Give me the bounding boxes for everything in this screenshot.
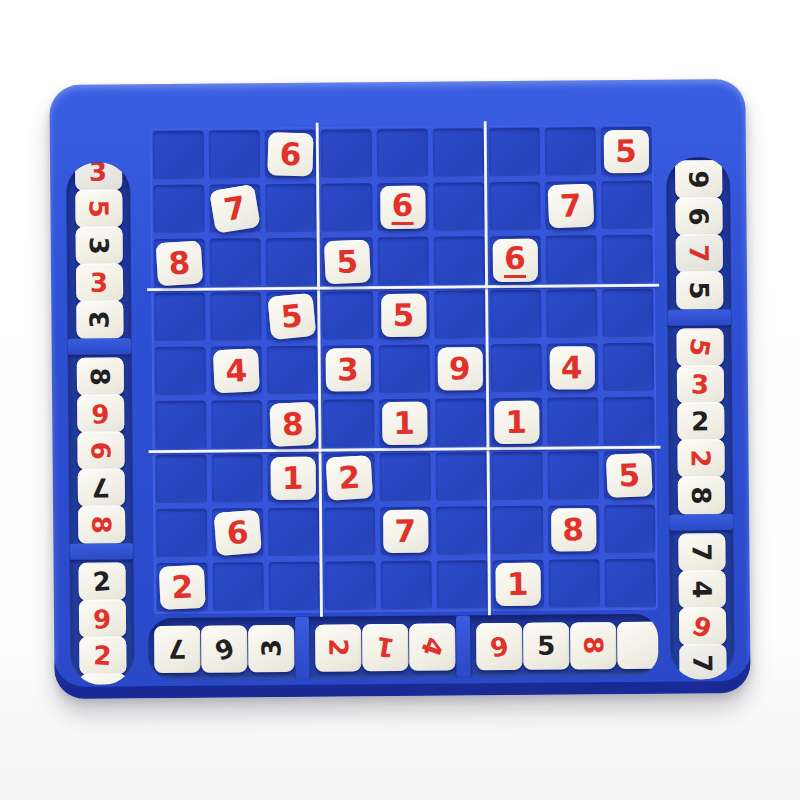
cell-r6c3[interactable]: 8 — [267, 399, 318, 448]
tile-digit: 6 — [488, 632, 511, 661]
sudoku-board-frame: 3533386678262 9675532287467 763214658 65… — [49, 79, 750, 699]
bottom-tray-tile-2-3-4[interactable]: 4 — [409, 623, 455, 670]
cell-r2c4[interactable] — [321, 183, 372, 232]
right-tray-section-1: 9675 — [666, 157, 731, 310]
cell-r6c5[interactable]: 1 — [379, 398, 430, 447]
tile-digit: 6 — [211, 633, 237, 664]
tile-digit: 2 — [325, 638, 351, 656]
cell-r9c8[interactable] — [548, 559, 599, 608]
cell-r7c9[interactable]: 5 — [603, 450, 654, 499]
bottom-tray-tile-3-2-5[interactable]: 5 — [523, 622, 569, 669]
left-tile-tray: 3533386678262 — [66, 162, 135, 685]
tile-digit: 6 — [685, 207, 711, 225]
cell-r7c4[interactable]: 2 — [323, 453, 374, 502]
cell-r1c7[interactable] — [488, 127, 539, 176]
tile-digit: 6 — [279, 138, 301, 170]
cell-r2c3[interactable] — [265, 183, 316, 232]
cell-r4c1[interactable] — [154, 292, 205, 341]
placed-tile-r8c2-6[interactable]: 6 — [213, 509, 261, 555]
cell-r1c2[interactable] — [208, 130, 259, 179]
left-tray-tile-1-2-5[interactable]: 5 — [75, 189, 122, 227]
right-tray-tile-1-4-5[interactable]: 5 — [675, 271, 722, 309]
tile-digit: 8 — [87, 367, 113, 385]
cell-r4c2[interactable] — [210, 292, 261, 341]
placed-tile-r6c3-8[interactable]: 8 — [269, 401, 316, 446]
right-tray-section-3: 7467 — [669, 530, 734, 680]
cell-r9c7[interactable]: 1 — [492, 559, 543, 608]
left-tray-tile-1-1-3[interactable]: 3 — [74, 162, 121, 190]
tile-digit: 3 — [90, 270, 108, 296]
left-tray-tile-2-4-7[interactable]: 7 — [77, 468, 124, 506]
cell-r6c1[interactable] — [155, 400, 206, 449]
cell-r7c6[interactable] — [435, 452, 486, 501]
placed-tile-r1c9-5[interactable]: 5 — [603, 129, 648, 172]
placed-tile-r4c5-5[interactable]: 5 — [381, 293, 426, 336]
placed-tile-r9c1-2[interactable]: 2 — [158, 564, 205, 609]
placed-tile-r3c1-8[interactable]: 8 — [155, 240, 203, 286]
cell-r5c9[interactable] — [602, 342, 653, 391]
tile-digit: 7 — [689, 654, 715, 672]
tile-digit: 5 — [537, 633, 555, 659]
tile-digit: 4 — [417, 634, 448, 660]
tile-digit: 2 — [170, 571, 193, 603]
cell-r1c9[interactable]: 5 — [600, 126, 651, 175]
left-tray-tile-2-1-8[interactable]: 8 — [76, 357, 123, 395]
cell-r8c5[interactable]: 7 — [380, 506, 431, 555]
placed-tile-r4c3-5[interactable]: 5 — [267, 292, 316, 339]
tile-digit: 1 — [393, 407, 415, 438]
cell-r4c4[interactable] — [322, 291, 373, 340]
placed-tile-r8c5-7[interactable]: 7 — [383, 509, 428, 552]
cell-r9c9[interactable] — [604, 558, 655, 607]
placed-tile-r3c7-6[interactable]: 6 — [492, 238, 537, 281]
cell-r5c4[interactable]: 3 — [322, 345, 373, 394]
cell-r5c5[interactable] — [378, 344, 429, 393]
tile-digit: 7 — [686, 244, 712, 262]
tile-digit: 5 — [686, 281, 712, 299]
tile-digit: 5 — [335, 246, 358, 278]
bottom-tray-tile-3-3-8[interactable]: 8 — [570, 622, 616, 669]
right-tray-tile-2-3-2[interactable]: 2 — [677, 402, 724, 440]
cell-r8c2[interactable]: 6 — [212, 508, 263, 557]
left-tray-section-1: 35333 — [66, 162, 132, 339]
cell-r3c9[interactable] — [601, 234, 652, 283]
cell-r1c8[interactable] — [544, 127, 595, 176]
tile-digit: 9 — [685, 170, 711, 188]
cell-r4c8[interactable] — [546, 289, 597, 338]
right-tile-tray: 9675532287467 — [666, 157, 735, 680]
placed-tile-r1c3-6[interactable]: 6 — [267, 132, 313, 176]
sudoku-grid: 6576785655439481112567821 — [150, 124, 658, 614]
cell-r1c5[interactable] — [376, 128, 427, 177]
tile-digit: 4 — [224, 354, 247, 386]
tile-digit: 9 — [449, 353, 471, 384]
bottom-tray-tile-1-3-3[interactable]: 3 — [248, 624, 294, 671]
left-tray-tile-1-3-3[interactable]: 3 — [75, 226, 122, 264]
tile-digit: 3 — [258, 639, 284, 657]
photo-background: 3533386678262 9675532287467 763214658 65… — [0, 0, 800, 800]
placed-tile-r7c4-2[interactable]: 2 — [325, 455, 373, 501]
placed-tile-r5c2-4[interactable]: 4 — [212, 348, 259, 393]
tile-digit: 5 — [85, 199, 111, 217]
tile-digit: 6 — [93, 606, 111, 632]
tile-digit: 6 — [91, 401, 109, 427]
placed-tile-r9c7-1[interactable]: 1 — [495, 562, 540, 605]
cell-r4c7[interactable] — [490, 289, 541, 338]
left-tray-divider-1 — [68, 338, 132, 355]
cell-r5c3[interactable] — [266, 345, 317, 394]
bottom-tray-divider-2 — [456, 615, 471, 677]
right-tray-tile-1-2-6[interactable]: 6 — [675, 197, 722, 235]
cell-r9c4[interactable] — [324, 561, 375, 610]
bottom-tray-tile-1-2-6[interactable]: 6 — [201, 625, 247, 672]
tile-digit: 8 — [281, 408, 304, 440]
cell-r2c1[interactable] — [153, 184, 204, 233]
right-tray-tile-1-3-7[interactable]: 7 — [675, 234, 722, 272]
cell-r8c8[interactable]: 8 — [548, 505, 599, 554]
cell-r2c7[interactable] — [489, 181, 540, 230]
bottom-tray-tile-2-1-2[interactable]: 2 — [315, 624, 361, 671]
cell-r4c3[interactable]: 5 — [266, 291, 317, 340]
tile-digit: 8 — [167, 247, 190, 279]
left-tray-tile-2-2-6[interactable]: 6 — [77, 394, 124, 432]
placed-tile-r2c8-7[interactable]: 7 — [547, 183, 594, 228]
cell-r9c1[interactable]: 2 — [156, 562, 207, 611]
left-tray-tile-3-1-2[interactable]: 2 — [78, 562, 125, 600]
right-tray-tile-3-1-7[interactable]: 7 — [678, 533, 725, 571]
cell-r3c6[interactable] — [433, 236, 484, 285]
cell-r2c9[interactable] — [601, 180, 652, 229]
placed-tile-r3c4-5[interactable]: 5 — [323, 239, 370, 284]
cell-r5c6[interactable]: 9 — [434, 344, 485, 393]
cell-r3c2[interactable] — [209, 238, 260, 287]
cell-r1c1[interactable] — [152, 130, 203, 179]
tile-digit: 1 — [374, 633, 396, 662]
right-tray-divider-1 — [667, 309, 731, 326]
right-tray-divider-2 — [669, 514, 733, 531]
tile-digit: 6 — [225, 516, 249, 549]
tile-digit: 2 — [92, 568, 112, 595]
tile-digit: 2 — [688, 449, 714, 467]
cell-r8c3[interactable] — [268, 507, 319, 556]
cell-r6c4[interactable] — [323, 399, 374, 448]
cell-r6c2[interactable] — [211, 400, 262, 449]
cell-r4c6[interactable] — [434, 290, 485, 339]
cell-r6c9[interactable] — [603, 396, 654, 445]
cell-r6c7[interactable]: 1 — [491, 397, 542, 446]
placed-tile-r7c3-1[interactable]: 1 — [270, 456, 315, 499]
tile-digit: 4 — [561, 352, 583, 383]
tile-digit: 3 — [691, 371, 710, 397]
tile-digit: 7 — [394, 515, 416, 546]
tile-digit: 5 — [617, 459, 640, 491]
placed-tile-r5c6-9[interactable]: 9 — [437, 347, 482, 390]
sudoku-grid-area: 6576785655439481112567821 — [150, 124, 658, 614]
cell-r5c7[interactable] — [490, 343, 541, 392]
cell-r5c8[interactable]: 4 — [546, 343, 597, 392]
cell-r7c3[interactable]: 1 — [267, 453, 318, 502]
right-tray-tile-1-1-9[interactable]: 9 — [675, 160, 722, 198]
cell-r9c5[interactable] — [380, 560, 431, 609]
cell-r1c4[interactable] — [320, 129, 371, 178]
tile-digit: 5 — [685, 336, 714, 358]
right-tray-tile-2-5-8[interactable]: 8 — [677, 476, 724, 514]
right-tray-section-2: 53228 — [667, 325, 733, 515]
placed-tile-r5c8-4[interactable]: 4 — [549, 346, 594, 389]
left-tray-tile-3-2-6[interactable]: 6 — [78, 599, 125, 637]
tile-digit: 2 — [337, 461, 360, 493]
cell-r3c1[interactable]: 8 — [153, 238, 204, 287]
cell-r2c6[interactable] — [433, 182, 484, 231]
bottom-tile-tray: 763214658 — [148, 614, 659, 680]
cell-r9c3[interactable] — [268, 561, 319, 610]
cell-r3c3[interactable] — [265, 237, 316, 286]
tile-digit: 3 — [86, 310, 112, 328]
tile-digit: 7 — [221, 191, 247, 225]
cell-r8c1[interactable] — [156, 508, 207, 557]
right-tray-tile-3-3-6[interactable]: 6 — [678, 607, 725, 645]
placed-tile-r7c9-5[interactable]: 5 — [605, 453, 652, 498]
tile-digit: 2 — [93, 642, 112, 669]
cell-r1c6[interactable] — [432, 128, 483, 177]
right-tray-tile-3-2-4[interactable]: 4 — [678, 570, 725, 608]
cell-r2c5[interactable]: 6 — [377, 182, 428, 231]
cell-r7c7[interactable] — [491, 451, 542, 500]
cell-r4c5[interactable]: 5 — [378, 290, 429, 339]
cell-r7c5[interactable] — [379, 452, 430, 501]
tile-digit: 8 — [688, 486, 714, 504]
bottom-tray-divider-1 — [295, 617, 310, 679]
tile-digit: 8 — [562, 514, 584, 545]
tile-digit: 5 — [615, 135, 637, 166]
cell-r3c5[interactable] — [377, 236, 428, 285]
left-tray-tile-2-3-6[interactable]: 6 — [77, 431, 124, 469]
tile-digit: 7 — [92, 475, 110, 501]
tile-digit: 1 — [282, 462, 304, 493]
tile-digit: 8 — [580, 636, 606, 654]
right-tray-tile-2-2-3[interactable]: 3 — [676, 365, 723, 403]
placed-tile-r2c5-6[interactable]: 6 — [380, 185, 425, 228]
tile-digit: 7 — [688, 543, 714, 561]
bottom-tray-tile-3-4-blank[interactable] — [617, 621, 658, 668]
cell-r3c4[interactable]: 5 — [321, 237, 372, 286]
cell-r7c1[interactable] — [155, 454, 206, 503]
tile-digit: 1 — [505, 406, 527, 437]
placed-tile-r5c4-3[interactable]: 3 — [325, 348, 370, 391]
tile-digit: 3 — [337, 354, 359, 385]
cell-r6c8[interactable] — [547, 397, 598, 446]
cell-r8c6[interactable] — [436, 506, 487, 555]
cell-r5c2[interactable]: 4 — [210, 346, 261, 395]
bottom-tray-section-3: 658 — [470, 614, 659, 678]
tile-digit: 3 — [89, 162, 107, 184]
tile-digit: 1 — [507, 568, 529, 599]
tile-digit: 4 — [689, 580, 715, 598]
tile-digit: 7 — [168, 636, 186, 662]
tile-digit: 8 — [88, 515, 114, 533]
placed-tile-r8c8-8[interactable]: 8 — [551, 508, 596, 551]
tile-digit: 6 — [87, 441, 113, 459]
bottom-tray-tile-3-1-6[interactable]: 6 — [476, 622, 522, 669]
cell-r3c7[interactable]: 6 — [489, 235, 540, 284]
cell-r2c2[interactable]: 7 — [209, 184, 260, 233]
right-tray-tile-3-4-7[interactable]: 7 — [679, 644, 726, 679]
cell-r7c8[interactable] — [547, 451, 598, 500]
tile-digit: 3 — [86, 236, 112, 254]
placed-tile-r2c2-7[interactable]: 7 — [209, 184, 260, 234]
cell-r9c6[interactable] — [436, 560, 487, 609]
cell-r8c9[interactable] — [604, 504, 655, 553]
left-tray-section-2: 86678 — [68, 354, 134, 544]
cell-r5c1[interactable] — [154, 346, 205, 395]
left-tray-tile-1-4-3[interactable]: 3 — [75, 263, 122, 301]
tile-digit: 5 — [279, 299, 303, 332]
placed-tile-r6c7-1[interactable]: 1 — [494, 400, 539, 443]
bottom-tray-section-1: 763 — [148, 617, 296, 680]
left-tray-tile-1-5-3[interactable]: 3 — [76, 300, 123, 338]
cell-r6c6[interactable] — [435, 398, 486, 447]
cell-r8c7[interactable] — [492, 505, 543, 554]
placed-tile-r6c5-1[interactable]: 1 — [382, 401, 427, 444]
tile-digit: 5 — [392, 299, 414, 330]
bottom-tray-tile-1-1-7[interactable]: 7 — [154, 625, 200, 672]
cell-r7c2[interactable] — [211, 454, 262, 503]
bottom-tray-tile-2-2-1[interactable]: 1 — [362, 623, 408, 670]
left-tray-tile-3-3-2[interactable]: 2 — [79, 636, 126, 674]
tile-digit: 7 — [559, 190, 582, 222]
cell-r3c8[interactable] — [545, 235, 596, 284]
cell-r1c3[interactable]: 6 — [264, 129, 315, 178]
left-tray-tile-3-4-blank[interactable] — [79, 673, 126, 684]
tile-digit: 6 — [391, 189, 413, 224]
cell-r8c4[interactable] — [324, 507, 375, 556]
cell-r4c9[interactable] — [602, 288, 653, 337]
cell-r2c8[interactable]: 7 — [545, 181, 596, 230]
tile-digit: 6 — [689, 611, 715, 642]
cell-r9c2[interactable] — [212, 562, 263, 611]
left-tray-divider-2 — [69, 543, 133, 560]
tile-digit: 6 — [504, 242, 526, 277]
bottom-tray-section-2: 214 — [309, 616, 457, 679]
right-tray-tile-2-1-5[interactable]: 5 — [676, 328, 723, 366]
left-tray-section-3: 262 — [69, 559, 134, 685]
right-tray-tile-2-4-2[interactable]: 2 — [677, 439, 724, 477]
tile-digit: 2 — [691, 408, 709, 434]
left-tray-tile-2-5-8[interactable]: 8 — [78, 505, 125, 543]
